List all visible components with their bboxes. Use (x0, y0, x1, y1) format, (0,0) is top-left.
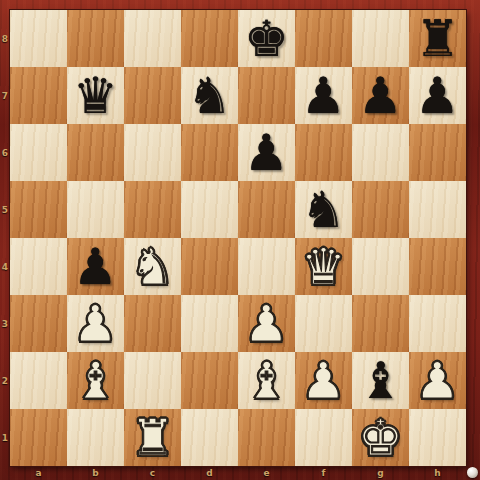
square-d1[interactable] (181, 409, 238, 466)
piece-white-pawn: ♟ (67, 295, 124, 352)
file-label-h: h (409, 466, 466, 480)
rank-label-5: 5 (0, 181, 10, 238)
rank-label-3: 3 (0, 295, 10, 352)
piece-white-pawn: ♟ (238, 295, 295, 352)
square-b1[interactable] (67, 409, 124, 466)
piece-white-knight: ♞ (124, 238, 181, 295)
piece-black-rook: ♜ (409, 10, 466, 67)
square-e5[interactable] (238, 181, 295, 238)
square-g2[interactable]: ♝ (352, 352, 409, 409)
piece-white-pawn: ♟ (409, 352, 466, 409)
square-b3[interactable]: ♟ (67, 295, 124, 352)
square-a1[interactable] (10, 409, 67, 466)
square-b4[interactable]: ♟ (67, 238, 124, 295)
file-label-e: e (238, 466, 295, 480)
rank-label-1: 1 (0, 409, 10, 466)
square-h6[interactable] (409, 124, 466, 181)
square-f5[interactable]: ♞ (295, 181, 352, 238)
piece-black-king: ♚ (238, 10, 295, 67)
square-g1[interactable]: ♚ (352, 409, 409, 466)
piece-black-knight: ♞ (181, 67, 238, 124)
square-g6[interactable] (352, 124, 409, 181)
square-c8[interactable] (124, 10, 181, 67)
chess-board: ♚♜♛♞♟♟♟♟♞♟♞♛♟♟♝♝♟♝♟♜♚ (10, 10, 466, 466)
square-h4[interactable] (409, 238, 466, 295)
piece-black-pawn: ♟ (67, 238, 124, 295)
side-to-move-indicator (467, 467, 478, 478)
file-label-g: g (352, 466, 409, 480)
file-label-a: a (10, 466, 67, 480)
square-e3[interactable]: ♟ (238, 295, 295, 352)
square-d8[interactable] (181, 10, 238, 67)
square-a8[interactable] (10, 10, 67, 67)
rank-label-7: 7 (0, 67, 10, 124)
square-e7[interactable] (238, 67, 295, 124)
square-b6[interactable] (67, 124, 124, 181)
rank-label-8: 8 (0, 10, 10, 67)
square-c6[interactable] (124, 124, 181, 181)
square-a7[interactable] (10, 67, 67, 124)
piece-white-bishop: ♝ (67, 352, 124, 409)
square-d3[interactable] (181, 295, 238, 352)
piece-white-rook: ♜ (124, 409, 181, 466)
piece-black-knight: ♞ (295, 181, 352, 238)
piece-white-king: ♚ (352, 409, 409, 466)
square-d4[interactable] (181, 238, 238, 295)
square-a5[interactable] (10, 181, 67, 238)
square-f2[interactable]: ♟ (295, 352, 352, 409)
file-label-d: d (181, 466, 238, 480)
square-e6[interactable]: ♟ (238, 124, 295, 181)
square-a6[interactable] (10, 124, 67, 181)
square-c7[interactable] (124, 67, 181, 124)
square-g8[interactable] (352, 10, 409, 67)
square-f6[interactable] (295, 124, 352, 181)
square-h7[interactable]: ♟ (409, 67, 466, 124)
square-f4[interactable]: ♛ (295, 238, 352, 295)
square-d6[interactable] (181, 124, 238, 181)
square-a3[interactable] (10, 295, 67, 352)
square-a4[interactable] (10, 238, 67, 295)
square-b7[interactable]: ♛ (67, 67, 124, 124)
square-b8[interactable] (67, 10, 124, 67)
square-c4[interactable]: ♞ (124, 238, 181, 295)
square-h1[interactable] (409, 409, 466, 466)
piece-white-pawn: ♟ (295, 352, 352, 409)
square-e4[interactable] (238, 238, 295, 295)
square-b5[interactable] (67, 181, 124, 238)
rank-label-6: 6 (0, 124, 10, 181)
square-h8[interactable]: ♜ (409, 10, 466, 67)
square-g5[interactable] (352, 181, 409, 238)
square-d7[interactable]: ♞ (181, 67, 238, 124)
piece-black-pawn: ♟ (409, 67, 466, 124)
square-c2[interactable] (124, 352, 181, 409)
square-h3[interactable] (409, 295, 466, 352)
square-d5[interactable] (181, 181, 238, 238)
square-f1[interactable] (295, 409, 352, 466)
piece-black-pawn: ♟ (238, 124, 295, 181)
square-g4[interactable] (352, 238, 409, 295)
rank-label-2: 2 (0, 352, 10, 409)
square-f7[interactable]: ♟ (295, 67, 352, 124)
square-c3[interactable] (124, 295, 181, 352)
rank-label-4: 4 (0, 238, 10, 295)
square-e8[interactable]: ♚ (238, 10, 295, 67)
file-label-b: b (67, 466, 124, 480)
piece-black-bishop: ♝ (352, 352, 409, 409)
square-a2[interactable] (10, 352, 67, 409)
square-h5[interactable] (409, 181, 466, 238)
square-g7[interactable]: ♟ (352, 67, 409, 124)
square-e1[interactable] (238, 409, 295, 466)
piece-black-queen: ♛ (67, 67, 124, 124)
square-g3[interactable] (352, 295, 409, 352)
file-label-f: f (295, 466, 352, 480)
piece-white-bishop: ♝ (238, 352, 295, 409)
square-d2[interactable] (181, 352, 238, 409)
file-label-c: c (124, 466, 181, 480)
square-h2[interactable]: ♟ (409, 352, 466, 409)
square-f8[interactable] (295, 10, 352, 67)
piece-black-pawn: ♟ (295, 67, 352, 124)
square-e2[interactable]: ♝ (238, 352, 295, 409)
square-c5[interactable] (124, 181, 181, 238)
square-b2[interactable]: ♝ (67, 352, 124, 409)
piece-white-queen: ♛ (295, 238, 352, 295)
board-frame: ♚♜♛♞♟♟♟♟♞♟♞♛♟♟♝♝♟♝♟♜♚ 87654321 abcdefgh (0, 0, 480, 480)
square-f3[interactable] (295, 295, 352, 352)
square-c1[interactable]: ♜ (124, 409, 181, 466)
piece-black-pawn: ♟ (352, 67, 409, 124)
